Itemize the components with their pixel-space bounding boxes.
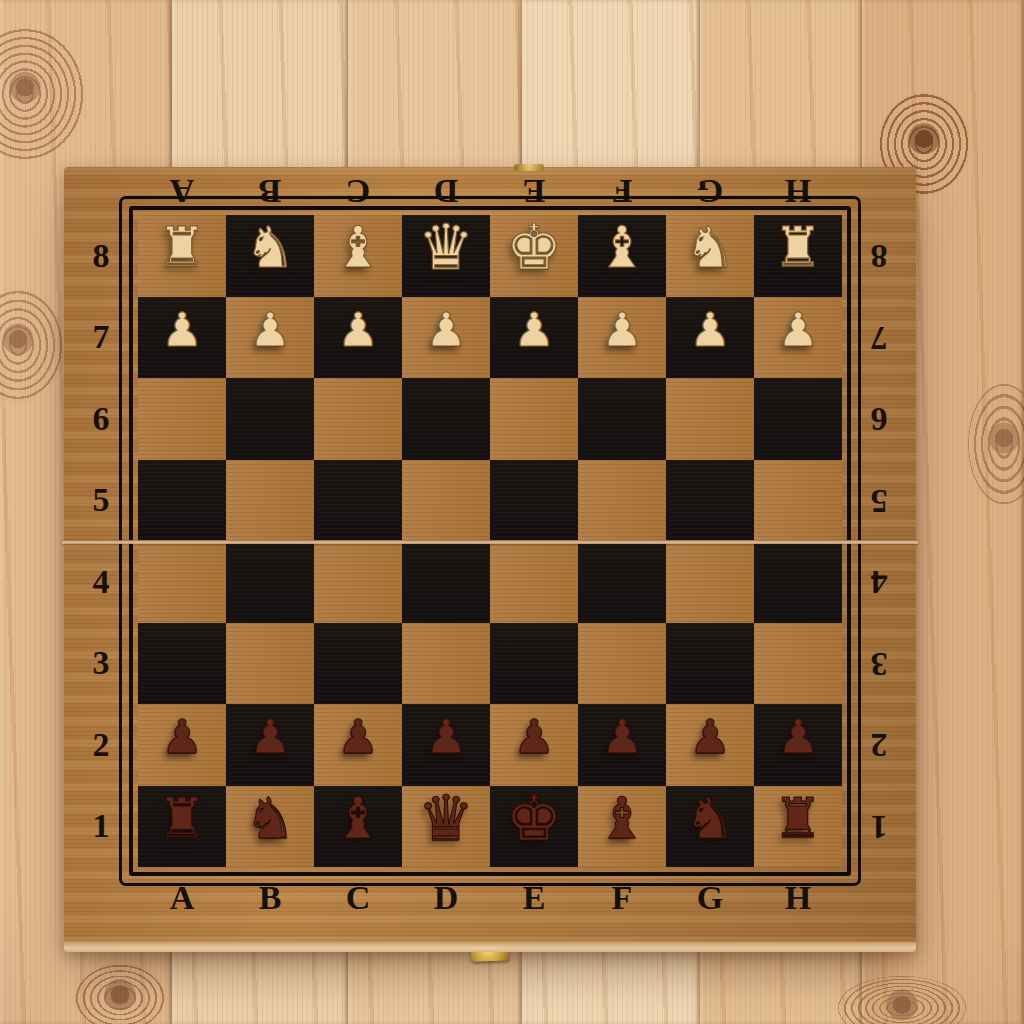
dark-pawn-g2[interactable]: ♟ [689, 713, 731, 760]
square-c5[interactable] [314, 460, 402, 542]
file-label-d: D [402, 879, 490, 917]
square-e6[interactable] [490, 378, 578, 460]
file-label-f: F [578, 879, 666, 917]
square-d3[interactable] [402, 623, 490, 705]
dark-knight-g1[interactable]: ♞ [684, 790, 735, 847]
light-king-e8[interactable]: ♚ [506, 216, 562, 279]
square-h1[interactable]: ♜ [754, 786, 842, 868]
file-label-b: B [226, 172, 314, 210]
square-c7[interactable]: ♟ [314, 297, 402, 379]
square-b5[interactable] [226, 460, 314, 542]
file-label-b: B [226, 879, 314, 917]
rank-label-2: 2 [842, 704, 916, 786]
file-label-a: A [138, 172, 226, 210]
light-pawn-c7[interactable]: ♟ [337, 306, 379, 353]
dark-pawn-a2[interactable]: ♟ [161, 713, 203, 760]
square-a6[interactable] [138, 378, 226, 460]
rank-label-8: 8 [64, 215, 138, 297]
dark-knight-b1[interactable]: ♞ [244, 790, 295, 847]
square-e2[interactable]: ♟ [490, 704, 578, 786]
light-bishop-f8[interactable]: ♝ [596, 219, 647, 276]
square-e4[interactable] [490, 541, 578, 623]
square-c1[interactable]: ♝ [314, 786, 402, 868]
square-d6[interactable] [402, 378, 490, 460]
dark-rook-h1[interactable]: ♜ [773, 791, 822, 846]
dark-pawn-b2[interactable]: ♟ [249, 713, 291, 760]
square-a1[interactable]: ♜ [138, 786, 226, 868]
square-h4[interactable] [754, 541, 842, 623]
file-label-e: E [490, 172, 578, 210]
file-label-c: C [314, 879, 402, 917]
square-g4[interactable] [666, 541, 754, 623]
square-d4[interactable] [402, 541, 490, 623]
square-f3[interactable] [578, 623, 666, 705]
square-a3[interactable] [138, 623, 226, 705]
square-a7[interactable]: ♟ [138, 297, 226, 379]
board-fold-seam [62, 540, 918, 544]
rank-label-7: 7 [64, 297, 138, 379]
light-pawn-h7[interactable]: ♟ [777, 306, 819, 353]
square-g6[interactable] [666, 378, 754, 460]
light-pawn-e7[interactable]: ♟ [513, 306, 555, 353]
square-f6[interactable] [578, 378, 666, 460]
square-g8[interactable]: ♞ [666, 215, 754, 297]
square-e3[interactable] [490, 623, 578, 705]
square-a5[interactable] [138, 460, 226, 542]
square-f4[interactable] [578, 541, 666, 623]
square-c6[interactable] [314, 378, 402, 460]
square-g2[interactable]: ♟ [666, 704, 754, 786]
dark-queen-d1[interactable]: ♛ [418, 787, 474, 850]
square-b6[interactable] [226, 378, 314, 460]
square-a8[interactable]: ♜ [138, 215, 226, 297]
rank-label-3: 3 [64, 623, 138, 705]
light-bishop-c8[interactable]: ♝ [332, 219, 383, 276]
square-g3[interactable] [666, 623, 754, 705]
square-c3[interactable] [314, 623, 402, 705]
dark-bishop-c1[interactable]: ♝ [332, 790, 383, 847]
square-a2[interactable]: ♟ [138, 704, 226, 786]
chess-board: ABCDEFGH ABCDEFGH 87654321 87654321 ♜♞♝♛… [64, 167, 916, 952]
dark-pawn-c2[interactable]: ♟ [337, 713, 379, 760]
square-c2[interactable]: ♟ [314, 704, 402, 786]
dark-rook-a1[interactable]: ♜ [157, 791, 206, 846]
light-queen-d8[interactable]: ♛ [418, 216, 474, 279]
square-f1[interactable]: ♝ [578, 786, 666, 868]
rank-label-2: 2 [64, 704, 138, 786]
light-pawn-g7[interactable]: ♟ [689, 306, 731, 353]
light-pawn-b7[interactable]: ♟ [249, 306, 291, 353]
dark-pawn-h2[interactable]: ♟ [777, 713, 819, 760]
file-label-d: D [402, 172, 490, 210]
square-d8[interactable]: ♛ [402, 215, 490, 297]
file-labels-bottom: ABCDEFGH [138, 867, 842, 952]
square-h5[interactable] [754, 460, 842, 542]
rank-label-6: 6 [64, 378, 138, 460]
square-f5[interactable] [578, 460, 666, 542]
square-f7[interactable]: ♟ [578, 297, 666, 379]
square-f2[interactable]: ♟ [578, 704, 666, 786]
file-label-g: G [666, 172, 754, 210]
square-b3[interactable] [226, 623, 314, 705]
file-label-e: E [490, 879, 578, 917]
square-h2[interactable]: ♟ [754, 704, 842, 786]
square-e1[interactable]: ♚ [490, 786, 578, 868]
square-g5[interactable] [666, 460, 754, 542]
square-f8[interactable]: ♝ [578, 215, 666, 297]
square-h3[interactable] [754, 623, 842, 705]
rank-label-4: 4 [842, 541, 916, 623]
square-e8[interactable]: ♚ [490, 215, 578, 297]
square-a4[interactable] [138, 541, 226, 623]
square-d1[interactable]: ♛ [402, 786, 490, 868]
square-h8[interactable]: ♜ [754, 215, 842, 297]
square-e7[interactable]: ♟ [490, 297, 578, 379]
dark-bishop-f1[interactable]: ♝ [596, 790, 647, 847]
dark-pawn-f2[interactable]: ♟ [601, 713, 643, 760]
rank-label-3: 3 [842, 623, 916, 705]
square-h6[interactable] [754, 378, 842, 460]
light-pawn-a7[interactable]: ♟ [161, 306, 203, 353]
light-pawn-f7[interactable]: ♟ [601, 306, 643, 353]
square-b8[interactable]: ♞ [226, 215, 314, 297]
square-h7[interactable]: ♟ [754, 297, 842, 379]
light-pawn-d7[interactable]: ♟ [425, 306, 467, 353]
file-label-h: H [754, 172, 842, 210]
wood-knot [72, 962, 168, 1024]
square-b2[interactable]: ♟ [226, 704, 314, 786]
square-b4[interactable] [226, 541, 314, 623]
dark-king-e1[interactable]: ♚ [506, 787, 562, 850]
file-label-h: H [754, 879, 842, 917]
square-c8[interactable]: ♝ [314, 215, 402, 297]
rank-label-8: 8 [842, 215, 916, 297]
file-label-a: A [138, 879, 226, 917]
square-d5[interactable] [402, 460, 490, 542]
rank-label-5: 5 [64, 460, 138, 542]
rank-label-4: 4 [64, 541, 138, 623]
light-rook-h8[interactable]: ♜ [773, 220, 822, 275]
square-d7[interactable]: ♟ [402, 297, 490, 379]
dark-pawn-d2[interactable]: ♟ [425, 713, 467, 760]
rank-label-5: 5 [842, 460, 916, 542]
light-knight-b8[interactable]: ♞ [244, 219, 295, 276]
square-e5[interactable] [490, 460, 578, 542]
rank-label-1: 1 [64, 786, 138, 868]
square-c4[interactable] [314, 541, 402, 623]
board-side-edge [64, 942, 916, 952]
rank-label-6: 6 [842, 378, 916, 460]
file-label-c: C [314, 172, 402, 210]
photo-scene: ABCDEFGH ABCDEFGH 87654321 87654321 ♜♞♝♛… [0, 0, 1024, 1024]
rank-label-7: 7 [842, 297, 916, 379]
square-d2[interactable]: ♟ [402, 704, 490, 786]
dark-pawn-e2[interactable]: ♟ [513, 713, 555, 760]
rank-label-1: 1 [842, 786, 916, 868]
brass-hinge-pin [514, 164, 544, 171]
square-b7[interactable]: ♟ [226, 297, 314, 379]
file-label-f: F [578, 172, 666, 210]
light-rook-a8[interactable]: ♜ [157, 220, 206, 275]
square-b1[interactable]: ♞ [226, 786, 314, 868]
square-g7[interactable]: ♟ [666, 297, 754, 379]
square-g1[interactable]: ♞ [666, 786, 754, 868]
file-labels-top: ABCDEFGH [138, 167, 842, 215]
file-label-g: G [666, 879, 754, 917]
light-knight-g8[interactable]: ♞ [684, 219, 735, 276]
